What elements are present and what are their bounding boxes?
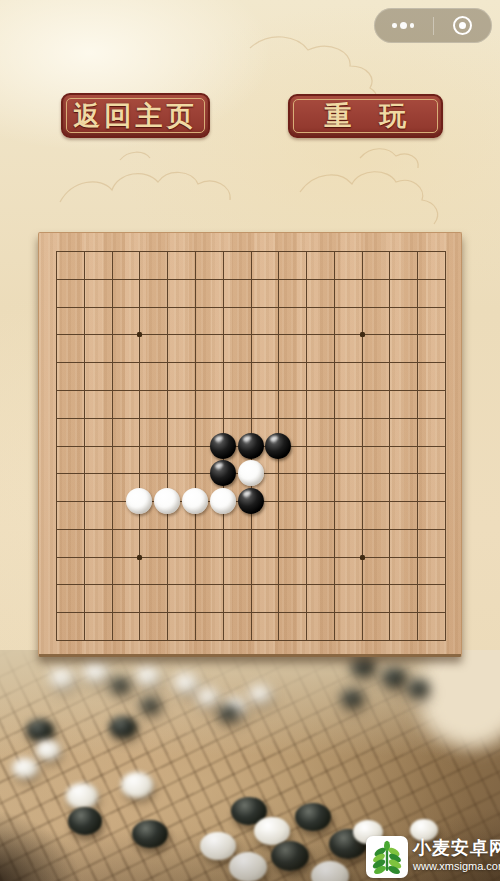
stone-black: [210, 433, 236, 459]
app-page: 返回主页 重玩: [0, 0, 500, 881]
stone-white: [210, 488, 236, 514]
photo-black-stone: [26, 719, 54, 741]
star-point: [137, 332, 142, 337]
background-photo: 小麦安卓网 www.xmsigma.com: [0, 650, 500, 881]
photo-black-stone: [218, 705, 238, 721]
stone-black: [210, 460, 236, 486]
circle-dot-icon: [453, 16, 472, 35]
photo-white-stone: [36, 740, 60, 759]
photo-black-stone: [140, 697, 160, 713]
photo-black-stone: [351, 656, 375, 675]
more-icon: [392, 22, 414, 29]
back-home-button[interactable]: 返回主页: [61, 93, 210, 138]
star-point: [360, 332, 365, 337]
photo-black-stone: [271, 841, 309, 871]
photo-white-stone: [311, 861, 349, 881]
stone-black: [238, 488, 264, 514]
replay-label: 重玩: [325, 98, 435, 134]
stone-white: [126, 488, 152, 514]
photo-white-stone: [174, 673, 198, 692]
stone-black: [238, 433, 264, 459]
photo-black-stone: [109, 716, 137, 738]
star-point: [137, 555, 142, 560]
photo-black-stone: [295, 803, 331, 832]
back-home-label: 返回主页: [74, 98, 198, 134]
photo-white-stone: [136, 666, 160, 685]
stone-white: [154, 488, 180, 514]
board-grid: [56, 251, 446, 641]
replay-button[interactable]: 重玩: [288, 94, 443, 138]
photo-white-stone: [12, 758, 38, 779]
photo-white-stone: [83, 662, 109, 683]
capsule-close-button[interactable]: [434, 8, 493, 43]
stone-white: [182, 488, 208, 514]
wechat-capsule: [374, 8, 492, 43]
watermark-url: www.xmsigma.com: [413, 859, 500, 873]
photo-black-stone: [407, 679, 429, 697]
wheat-icon: [366, 836, 408, 878]
stone-black: [265, 433, 291, 459]
more-menu-button[interactable]: [374, 8, 433, 43]
photo-white-stone: [249, 685, 271, 703]
photo-white-stone: [200, 832, 236, 861]
star-point: [360, 555, 365, 560]
photo-white-stone: [50, 668, 74, 687]
watermark: 小麦安卓网 www.xmsigma.com: [366, 836, 500, 878]
photo-black-stone: [382, 667, 406, 686]
photo-black-stone: [341, 689, 363, 707]
photo-white-stone: [197, 688, 219, 706]
stone-white: [238, 460, 264, 486]
photo-white-stone: [66, 783, 98, 809]
watermark-title: 小麦安卓网: [413, 838, 500, 859]
watermark-text: 小麦安卓网 www.xmsigma.com: [413, 836, 500, 873]
gomoku-board[interactable]: [38, 232, 462, 657]
photo-white-stone: [121, 772, 153, 798]
photo-black-stone: [132, 820, 168, 849]
photo-black-stone: [110, 677, 130, 693]
photo-white-stone: [229, 852, 267, 881]
photo-black-stone: [68, 807, 102, 834]
